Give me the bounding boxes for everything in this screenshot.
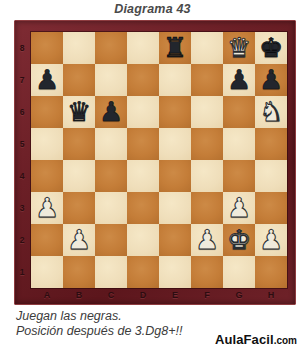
square-a1 [31, 256, 63, 288]
rank-labels: 87654321 [15, 32, 31, 288]
file-labels: ABCDEFGH [31, 286, 287, 304]
square-d5 [127, 128, 159, 160]
square-d1 [127, 256, 159, 288]
square-e5 [159, 128, 191, 160]
rank-label-3: 3 [15, 192, 29, 224]
file-label-e: E [159, 286, 191, 304]
black-rook: ♜ [163, 32, 187, 64]
square-f5 [191, 128, 223, 160]
square-h2: ♟ [255, 224, 287, 256]
square-c2 [95, 224, 127, 256]
rank-label-8: 8 [15, 32, 29, 64]
board-squares: ♜♛♚♟♟♟♛♟♞♟♟♟♟♚♟ [31, 32, 287, 288]
square-d3 [127, 192, 159, 224]
black-pawn: ♟ [35, 64, 59, 96]
square-d6 [127, 96, 159, 128]
file-label-a: A [31, 286, 63, 304]
black-pawn: ♟ [227, 64, 251, 96]
square-g1 [223, 256, 255, 288]
square-g5 [223, 128, 255, 160]
square-c5 [95, 128, 127, 160]
square-f1 [191, 256, 223, 288]
square-h6: ♞ [255, 96, 287, 128]
square-a7: ♟ [31, 64, 63, 96]
square-f3 [191, 192, 223, 224]
white-pawn: ♟ [227, 192, 251, 224]
square-g6 [223, 96, 255, 128]
white-pawn: ♟ [67, 224, 91, 256]
white-pawn: ♟ [35, 192, 59, 224]
white-knight: ♞ [259, 96, 283, 128]
square-h7: ♟ [255, 64, 287, 96]
file-label-b: B [63, 286, 95, 304]
square-d7 [127, 64, 159, 96]
black-queen: ♛ [67, 96, 91, 128]
square-c7 [95, 64, 127, 96]
square-e8: ♜ [159, 32, 191, 64]
square-e7 [159, 64, 191, 96]
square-b6: ♛ [63, 96, 95, 128]
square-b8 [63, 32, 95, 64]
square-g8: ♛ [223, 32, 255, 64]
square-b2: ♟ [63, 224, 95, 256]
black-king: ♚ [259, 32, 283, 64]
square-g3: ♟ [223, 192, 255, 224]
rank-label-2: 2 [15, 224, 29, 256]
square-b4 [63, 160, 95, 192]
file-label-f: F [191, 286, 223, 304]
square-e6 [159, 96, 191, 128]
square-e1 [159, 256, 191, 288]
chess-board: 87654321 ♜♛♚♟♟♟♛♟♞♟♟♟♟♚♟ ABCDEFGH [14, 20, 296, 305]
square-h4 [255, 160, 287, 192]
square-h5 [255, 128, 287, 160]
square-d4 [127, 160, 159, 192]
rank-label-6: 6 [15, 96, 29, 128]
white-pawn: ♟ [195, 224, 219, 256]
white-pawn: ♟ [259, 224, 283, 256]
square-a6 [31, 96, 63, 128]
square-g7: ♟ [223, 64, 255, 96]
file-label-g: G [223, 286, 255, 304]
square-f4 [191, 160, 223, 192]
square-f8 [191, 32, 223, 64]
square-c8 [95, 32, 127, 64]
brand-tld: .com [274, 335, 297, 346]
square-e3 [159, 192, 191, 224]
square-a4 [31, 160, 63, 192]
square-f2: ♟ [191, 224, 223, 256]
square-c3 [95, 192, 127, 224]
rank-label-1: 1 [15, 256, 29, 288]
white-queen: ♛ [227, 32, 251, 64]
square-a8 [31, 32, 63, 64]
square-e4 [159, 160, 191, 192]
square-b1 [63, 256, 95, 288]
square-g4 [223, 160, 255, 192]
square-a3: ♟ [31, 192, 63, 224]
rank-label-4: 4 [15, 160, 29, 192]
black-pawn: ♟ [259, 64, 283, 96]
diagram-title: Diagrama 43 [0, 2, 305, 16]
brand-name: AulaFacil [215, 332, 274, 347]
rank-label-7: 7 [15, 64, 29, 96]
square-d8 [127, 32, 159, 64]
square-e2 [159, 224, 191, 256]
caption-line-to-move: Juegan las negras. [16, 309, 305, 324]
file-label-d: D [127, 286, 159, 304]
square-f6 [191, 96, 223, 128]
square-b7 [63, 64, 95, 96]
square-a2 [31, 224, 63, 256]
square-h3 [255, 192, 287, 224]
square-b5 [63, 128, 95, 160]
file-label-c: C [95, 286, 127, 304]
square-b3 [63, 192, 95, 224]
aulafacil-watermark: AulaFacil.com [215, 330, 297, 348]
square-g2: ♚ [223, 224, 255, 256]
square-f7 [191, 64, 223, 96]
square-c4 [95, 160, 127, 192]
rank-label-5: 5 [15, 128, 29, 160]
square-a5 [31, 128, 63, 160]
black-pawn: ♟ [99, 96, 123, 128]
square-c6: ♟ [95, 96, 127, 128]
white-king: ♚ [227, 224, 251, 256]
square-h8: ♚ [255, 32, 287, 64]
file-label-h: H [255, 286, 287, 304]
square-h1 [255, 256, 287, 288]
square-d2 [127, 224, 159, 256]
square-c1 [95, 256, 127, 288]
